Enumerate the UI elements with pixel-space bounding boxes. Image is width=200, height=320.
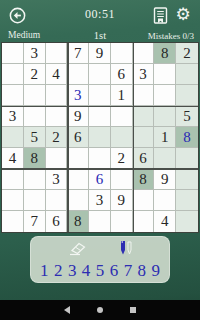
- grid-cell-r4c1[interactable]: 3: [2, 106, 24, 127]
- grid-cell-r7c2[interactable]: [24, 169, 46, 190]
- grid-cell-r7c6[interactable]: [111, 169, 133, 190]
- grid-cell-r8c2[interactable]: [24, 190, 46, 211]
- grid-cell-r2c9[interactable]: [176, 64, 198, 85]
- grid-cell-r4c2[interactable]: [24, 106, 46, 127]
- grid-cell-r8c8[interactable]: [154, 190, 176, 211]
- grid-cell-r4c4[interactable]: 9: [67, 106, 89, 127]
- grid-cell-r5c7[interactable]: [133, 127, 155, 148]
- grid-cell-r7c8[interactable]: 9: [154, 169, 176, 190]
- grid-cell-r6c2[interactable]: 8: [24, 148, 46, 169]
- android-recents-icon[interactable]: [130, 307, 136, 313]
- pencil-icon: [118, 240, 134, 256]
- numpad-key-7[interactable]: 7: [124, 261, 133, 281]
- grid-cell-r1c6[interactable]: [111, 43, 133, 64]
- grid-cell-r9c8[interactable]: 4: [154, 211, 176, 232]
- grid-cell-r8c3[interactable]: [46, 190, 68, 211]
- grid-cell-r5c1[interactable]: [2, 127, 24, 148]
- number-pad: 123456789: [31, 261, 169, 281]
- grid-cell-r1c8[interactable]: 8: [154, 43, 176, 64]
- eraser-icon: [67, 241, 88, 256]
- grid-cell-r2c3[interactable]: 4: [46, 64, 68, 85]
- grid-cell-r1c5[interactable]: 9: [89, 43, 111, 64]
- grid-cell-r9c4[interactable]: 8: [67, 211, 89, 232]
- numpad-key-1[interactable]: 1: [40, 261, 49, 281]
- android-back-icon[interactable]: [64, 306, 70, 314]
- grid-cell-r5c5[interactable]: [89, 127, 111, 148]
- grid-cell-r6c5[interactable]: [89, 148, 111, 169]
- grid-cell-r3c4[interactable]: 3: [67, 85, 89, 106]
- numpad-key-5[interactable]: 5: [96, 261, 105, 281]
- grid-cell-r3c8[interactable]: [154, 85, 176, 106]
- grid-cell-r4c7[interactable]: [133, 106, 155, 127]
- grid-cell-r4c9[interactable]: 5: [176, 106, 198, 127]
- grid-cell-r4c8[interactable]: [154, 106, 176, 127]
- grid-cell-r2c2[interactable]: 2: [24, 64, 46, 85]
- grid-cell-r3c3[interactable]: [46, 85, 68, 106]
- grid-cell-r3c2[interactable]: [24, 85, 46, 106]
- pencil-button[interactable]: [118, 240, 134, 260]
- sudoku-grid: 379822463313955261848263689397684: [1, 42, 199, 233]
- grid-cell-r6c4[interactable]: [67, 148, 89, 169]
- grid-cell-r6c8[interactable]: [154, 148, 176, 169]
- grid-cell-r4c5[interactable]: [89, 106, 111, 127]
- grid-cell-r9c6[interactable]: [111, 211, 133, 232]
- grid-cell-r3c6[interactable]: 1: [111, 85, 133, 106]
- grid-cell-r8c9[interactable]: [176, 190, 198, 211]
- grid-cell-r6c3[interactable]: [46, 148, 68, 169]
- mistakes-counter: Mistakes 0/3: [148, 31, 194, 41]
- numpad-key-6[interactable]: 6: [110, 261, 119, 281]
- android-nav-bar: [0, 300, 200, 320]
- grid-cell-r3c9[interactable]: [176, 85, 198, 106]
- grid-cell-r8c7[interactable]: [133, 190, 155, 211]
- grid-cell-r9c2[interactable]: 7: [24, 211, 46, 232]
- grid-cell-r6c9[interactable]: [176, 148, 198, 169]
- grid-cell-r2c1[interactable]: [2, 64, 24, 85]
- gear-icon: ⚙: [175, 4, 190, 24]
- grid-cell-r1c1[interactable]: [2, 43, 24, 64]
- grid-cell-r1c9[interactable]: 2: [176, 43, 198, 64]
- grid-cell-r2c8[interactable]: [154, 64, 176, 85]
- grid-cell-r1c4[interactable]: 7: [67, 43, 89, 64]
- tool-buttons: [31, 240, 169, 260]
- grid-cell-r7c5[interactable]: 6: [89, 169, 111, 190]
- numpad-key-9[interactable]: 9: [152, 261, 161, 281]
- grid-cell-r5c3[interactable]: 2: [46, 127, 68, 148]
- grid-cell-r8c4[interactable]: [67, 190, 89, 211]
- box-border-line: [2, 106, 198, 108]
- grid-cell-r9c7[interactable]: [133, 211, 155, 232]
- grid-cell-r6c6[interactable]: 2: [111, 148, 133, 169]
- numpad-key-8[interactable]: 8: [138, 261, 147, 281]
- grid-cell-r9c3[interactable]: 6: [46, 211, 68, 232]
- grid-cell-r5c2[interactable]: 5: [24, 127, 46, 148]
- grid-cell-r5c4[interactable]: 6: [67, 127, 89, 148]
- top-bar: 00:51 ⚙: [0, 0, 200, 30]
- grid-cell-r8c6[interactable]: 9: [111, 190, 133, 211]
- timer: 00:51: [0, 7, 200, 22]
- grid-cell-r1c2[interactable]: 3: [24, 43, 46, 64]
- notes-bookmark-button[interactable]: [153, 7, 168, 24]
- grid-cell-r3c5[interactable]: [89, 85, 111, 106]
- grid-cell-r4c3[interactable]: [46, 106, 68, 127]
- grid-cell-r7c1[interactable]: [2, 169, 24, 190]
- grid-cell-r7c7[interactable]: 8: [133, 169, 155, 190]
- grid-cell-r6c1[interactable]: 4: [2, 148, 24, 169]
- grid-cell-r5c6[interactable]: [111, 127, 133, 148]
- grid-cell-r4c6[interactable]: [111, 106, 133, 127]
- grid-cell-r1c7[interactable]: [133, 43, 155, 64]
- status-row: Medium 1st Mistakes 0/3: [0, 30, 200, 42]
- numpad-key-2[interactable]: 2: [54, 261, 63, 281]
- grid-cell-r2c4[interactable]: [67, 64, 89, 85]
- grid-cell-r2c6[interactable]: 6: [111, 64, 133, 85]
- grid-cell-r9c5[interactable]: [89, 211, 111, 232]
- numpad-key-4[interactable]: 4: [82, 261, 91, 281]
- grid-cell-r3c7[interactable]: [133, 85, 155, 106]
- grid-cell-r9c9[interactable]: [176, 211, 198, 232]
- bookmark-notes-icon: [153, 7, 168, 24]
- grid-cell-r1c3[interactable]: [46, 43, 68, 64]
- grid-cell-r2c7[interactable]: 3: [133, 64, 155, 85]
- box-border-line: [2, 168, 198, 170]
- android-home-icon[interactable]: [97, 307, 103, 313]
- grid-cell-r5c8[interactable]: 1: [154, 127, 176, 148]
- grid-cell-r3c1[interactable]: [2, 85, 24, 106]
- grid-cell-r6c7[interactable]: 6: [133, 148, 155, 169]
- numpad-key-3[interactable]: 3: [68, 261, 77, 281]
- box-border-line: [133, 43, 135, 232]
- eraser-button[interactable]: [67, 241, 88, 260]
- settings-button[interactable]: ⚙: [174, 5, 192, 24]
- grid-cell-r7c3[interactable]: 3: [46, 169, 68, 190]
- grid-cell-r5c9[interactable]: 8: [176, 127, 198, 148]
- grid-cell-r2c5[interactable]: [89, 64, 111, 85]
- input-tray: 123456789: [30, 236, 170, 283]
- grid-cell-r8c5[interactable]: 3: [89, 190, 111, 211]
- grid-cell-r7c4[interactable]: [67, 169, 89, 190]
- grid-cell-r7c9[interactable]: [176, 169, 198, 190]
- grid-cell-r9c1[interactable]: [2, 211, 24, 232]
- box-border-line: [67, 43, 69, 232]
- grid-cell-r8c1[interactable]: [2, 190, 24, 211]
- sudoku-app-screen: 00:51 ⚙ Medium 1st Mistakes 0/3 37982246…: [0, 0, 200, 320]
